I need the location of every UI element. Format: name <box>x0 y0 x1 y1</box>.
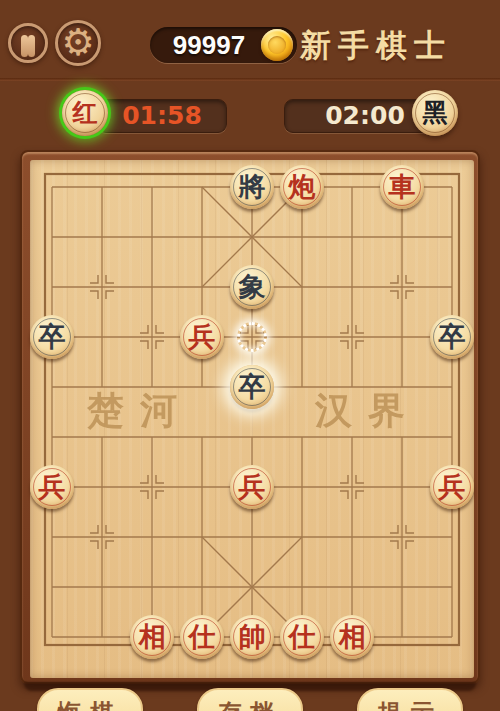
piece-red-兵-06[interactable]: 兵 <box>30 465 74 509</box>
piece-red-仕-39[interactable]: 仕 <box>180 615 224 659</box>
coin-counter[interactable]: 99997 <box>150 27 297 63</box>
piece-red-相-69[interactable]: 相 <box>330 615 374 659</box>
board-grid <box>30 160 474 678</box>
undo-move-button[interactable]: 悔棋 <box>37 688 143 711</box>
last-move-origin-marker <box>237 322 267 352</box>
red-side-badge: 红 <box>62 90 108 136</box>
piece-red-帥-49[interactable]: 帥 <box>230 615 274 659</box>
piece-red-相-29[interactable]: 相 <box>130 615 174 659</box>
settings-button[interactable]: ⚙ <box>55 20 101 66</box>
player-rank-title: 新手棋士 <box>300 26 480 66</box>
piece-red-車-70[interactable]: 車 <box>380 165 424 209</box>
red-timer: 01:58 <box>97 99 227 133</box>
board[interactable]: 楚河 汉界 將炮車象卒兵卒卒兵兵兵相仕帥仕相 <box>30 160 474 678</box>
piece-black-卒-83[interactable]: 卒 <box>430 315 474 359</box>
board-frame: 楚河 汉界 將炮車象卒兵卒卒兵兵兵相仕帥仕相 <box>20 150 480 684</box>
coin-count: 99997 <box>150 27 268 63</box>
timer-bar: 01:58 02:00 红 黑 <box>0 81 500 147</box>
piece-red-兵-86[interactable]: 兵 <box>430 465 474 509</box>
hint-button[interactable]: 提示 <box>357 688 463 711</box>
black-side-badge: 黑 <box>412 90 458 136</box>
piece-black-象-42[interactable]: 象 <box>230 265 274 309</box>
piece-black-卒-03[interactable]: 卒 <box>30 315 74 359</box>
piece-red-炮-50[interactable]: 炮 <box>280 165 324 209</box>
save-game-button[interactable]: 存档 <box>197 688 303 711</box>
xiangqi-game-screen: ⚙ 99997 新手棋士 01:58 02:00 红 黑 <box>0 0 500 711</box>
pause-button[interactable] <box>8 23 48 63</box>
gear-icon: ⚙ <box>58 20 98 66</box>
piece-red-仕-59[interactable]: 仕 <box>280 615 324 659</box>
pause-icon <box>11 26 45 60</box>
coin-icon <box>261 29 293 61</box>
piece-black-將-40[interactable]: 將 <box>230 165 274 209</box>
piece-red-兵-46[interactable]: 兵 <box>230 465 274 509</box>
top-bar: ⚙ 99997 新手棋士 <box>0 0 500 79</box>
piece-red-兵-33[interactable]: 兵 <box>180 315 224 359</box>
piece-black-卒-44[interactable]: 卒 <box>230 365 274 409</box>
